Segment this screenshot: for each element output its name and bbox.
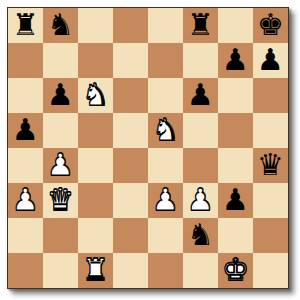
square-h6[interactable]: [253, 78, 288, 113]
piece-white-rook: ♜: [78, 253, 113, 288]
square-g6[interactable]: [218, 78, 253, 113]
square-h5[interactable]: [253, 113, 288, 148]
piece-black-pawn: ♟: [253, 43, 288, 78]
piece-black-knight: ♞: [43, 8, 78, 43]
square-c7[interactable]: [78, 43, 113, 78]
chess-board: ♜♞♜♚♟♟♟♞♟♟♞♟♛♟♛♟♟♟♞♜♚: [7, 7, 289, 289]
square-c8[interactable]: [78, 8, 113, 43]
square-d5[interactable]: [113, 113, 148, 148]
piece-black-rook: ♜: [183, 8, 218, 43]
piece-white-pawn: ♟: [43, 148, 78, 183]
square-e3[interactable]: ♟: [148, 183, 183, 218]
piece-white-knight: ♞: [148, 113, 183, 148]
piece-black-pawn: ♟: [218, 43, 253, 78]
piece-white-pawn: ♟: [8, 183, 43, 218]
square-f7[interactable]: [183, 43, 218, 78]
square-c5[interactable]: [78, 113, 113, 148]
square-a2[interactable]: [8, 218, 43, 253]
square-a8[interactable]: ♜: [8, 8, 43, 43]
page-background: ♜♞♜♚♟♟♟♞♟♟♞♟♛♟♛♟♟♟♞♜♚: [0, 0, 300, 300]
square-g7[interactable]: ♟: [218, 43, 253, 78]
piece-white-pawn: ♟: [148, 183, 183, 218]
piece-black-pawn: ♟: [43, 78, 78, 113]
square-h1[interactable]: [253, 253, 288, 288]
square-c2[interactable]: [78, 218, 113, 253]
square-d7[interactable]: [113, 43, 148, 78]
square-g1[interactable]: ♚: [218, 253, 253, 288]
square-c1[interactable]: ♜: [78, 253, 113, 288]
square-e2[interactable]: [148, 218, 183, 253]
square-e4[interactable]: [148, 148, 183, 183]
square-b4[interactable]: ♟: [43, 148, 78, 183]
square-a6[interactable]: [8, 78, 43, 113]
piece-white-queen: ♛: [43, 183, 78, 218]
square-f4[interactable]: [183, 148, 218, 183]
piece-black-knight: ♞: [183, 218, 218, 253]
square-d6[interactable]: [113, 78, 148, 113]
square-e1[interactable]: [148, 253, 183, 288]
square-b8[interactable]: ♞: [43, 8, 78, 43]
square-c3[interactable]: [78, 183, 113, 218]
square-g8[interactable]: [218, 8, 253, 43]
piece-black-queen: ♛: [253, 148, 288, 183]
square-f5[interactable]: [183, 113, 218, 148]
square-a5[interactable]: ♟: [8, 113, 43, 148]
piece-white-pawn: ♟: [183, 183, 218, 218]
square-e7[interactable]: [148, 43, 183, 78]
piece-white-knight: ♞: [78, 78, 113, 113]
square-g5[interactable]: [218, 113, 253, 148]
square-b1[interactable]: [43, 253, 78, 288]
square-b3[interactable]: ♛: [43, 183, 78, 218]
square-a4[interactable]: [8, 148, 43, 183]
square-c6[interactable]: ♞: [78, 78, 113, 113]
square-c4[interactable]: [78, 148, 113, 183]
square-h8[interactable]: ♚: [253, 8, 288, 43]
square-d8[interactable]: [113, 8, 148, 43]
piece-black-rook: ♜: [8, 8, 43, 43]
square-f8[interactable]: ♜: [183, 8, 218, 43]
piece-white-king: ♚: [218, 253, 253, 288]
square-d2[interactable]: [113, 218, 148, 253]
square-f1[interactable]: [183, 253, 218, 288]
square-f2[interactable]: ♞: [183, 218, 218, 253]
piece-black-pawn: ♟: [183, 78, 218, 113]
square-h3[interactable]: [253, 183, 288, 218]
square-d4[interactable]: [113, 148, 148, 183]
square-h2[interactable]: [253, 218, 288, 253]
square-h7[interactable]: ♟: [253, 43, 288, 78]
square-d1[interactable]: [113, 253, 148, 288]
square-a1[interactable]: [8, 253, 43, 288]
square-a7[interactable]: [8, 43, 43, 78]
square-f6[interactable]: ♟: [183, 78, 218, 113]
piece-black-king: ♚: [253, 8, 288, 43]
square-g2[interactable]: [218, 218, 253, 253]
square-a3[interactable]: ♟: [8, 183, 43, 218]
square-e8[interactable]: [148, 8, 183, 43]
square-b7[interactable]: [43, 43, 78, 78]
square-b2[interactable]: [43, 218, 78, 253]
piece-black-pawn: ♟: [8, 113, 43, 148]
square-b6[interactable]: ♟: [43, 78, 78, 113]
square-b5[interactable]: [43, 113, 78, 148]
square-h4[interactable]: ♛: [253, 148, 288, 183]
square-e6[interactable]: [148, 78, 183, 113]
square-g4[interactable]: [218, 148, 253, 183]
square-d3[interactable]: [113, 183, 148, 218]
square-g3[interactable]: ♟: [218, 183, 253, 218]
piece-black-pawn: ♟: [218, 183, 253, 218]
square-e5[interactable]: ♞: [148, 113, 183, 148]
square-f3[interactable]: ♟: [183, 183, 218, 218]
